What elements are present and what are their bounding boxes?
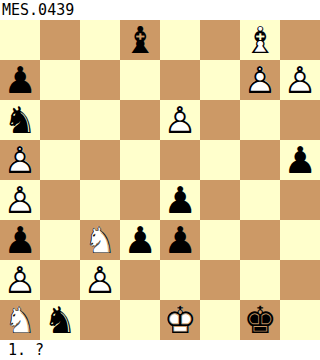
black-king: ♚	[240, 300, 280, 340]
square-e4[interactable]: ♟	[160, 180, 200, 220]
square-g4[interactable]	[240, 180, 280, 220]
square-e6[interactable]: ♟♙	[160, 100, 200, 140]
white-pawn: ♟♙	[280, 60, 320, 100]
square-c5[interactable]	[80, 140, 120, 180]
piece-fill-layer: ♟	[0, 140, 40, 180]
white-pawn: ♟♙	[80, 260, 120, 300]
piece-fill-layer: ♟	[240, 60, 280, 100]
square-d8[interactable]: ♝	[120, 20, 160, 60]
square-b4[interactable]	[40, 180, 80, 220]
square-h7[interactable]: ♟♙	[280, 60, 320, 100]
square-c8[interactable]	[80, 20, 120, 60]
square-c4[interactable]	[80, 180, 120, 220]
square-g6[interactable]	[240, 100, 280, 140]
white-pawn: ♟♙	[0, 260, 40, 300]
black-pawn: ♟	[160, 220, 200, 260]
square-a5[interactable]: ♟♙	[0, 140, 40, 180]
square-d5[interactable]	[120, 140, 160, 180]
square-c3[interactable]: ♞♘	[80, 220, 120, 260]
piece-fill-layer: ♝	[240, 20, 280, 60]
square-c7[interactable]	[80, 60, 120, 100]
square-f3[interactable]	[200, 220, 240, 260]
square-c2[interactable]: ♟♙	[80, 260, 120, 300]
square-h5[interactable]: ♟	[280, 140, 320, 180]
square-g8[interactable]: ♝♗	[240, 20, 280, 60]
chess-program-window: MES.0439 ♝♝♗♟♟♙♟♙♞♟♙♟♙♟♟♙♟♟♞♘♟♟♟♙♟♙♞♘♞♚♔…	[0, 0, 320, 360]
piece-fill-layer: ♞	[80, 220, 120, 260]
square-d1[interactable]	[120, 300, 160, 340]
white-king: ♚♔	[160, 300, 200, 340]
piece-glyph: ♞	[0, 100, 40, 140]
piece-glyph: ♟	[280, 140, 320, 180]
square-d6[interactable]	[120, 100, 160, 140]
piece-glyph: ♞	[40, 300, 80, 340]
square-a1[interactable]: ♞♘	[0, 300, 40, 340]
piece-fill-layer: ♟	[0, 260, 40, 300]
black-knight: ♞	[0, 100, 40, 140]
black-pawn: ♟	[160, 180, 200, 220]
white-knight: ♞♘	[0, 300, 40, 340]
white-pawn: ♟♙	[240, 60, 280, 100]
square-c1[interactable]	[80, 300, 120, 340]
piece-outline-layer: ♙	[0, 260, 40, 300]
square-d3[interactable]: ♟	[120, 220, 160, 260]
piece-outline-layer: ♙	[160, 100, 200, 140]
black-pawn: ♟	[0, 60, 40, 100]
diagram-title: MES.0439	[2, 1, 74, 19]
piece-fill-layer: ♟	[0, 180, 40, 220]
square-h3[interactable]	[280, 220, 320, 260]
square-a4[interactable]: ♟♙	[0, 180, 40, 220]
piece-glyph: ♟	[160, 180, 200, 220]
white-pawn: ♟♙	[0, 140, 40, 180]
piece-glyph: ♟	[0, 60, 40, 100]
piece-outline-layer: ♙	[280, 60, 320, 100]
white-pawn: ♟♙	[0, 180, 40, 220]
square-b1[interactable]: ♞	[40, 300, 80, 340]
square-f1[interactable]	[200, 300, 240, 340]
black-pawn: ♟	[0, 220, 40, 260]
piece-outline-layer: ♙	[0, 180, 40, 220]
square-e3[interactable]: ♟	[160, 220, 200, 260]
square-b8[interactable]	[40, 20, 80, 60]
square-g1[interactable]: ♚	[240, 300, 280, 340]
square-h8[interactable]	[280, 20, 320, 60]
chess-board: ♝♝♗♟♟♙♟♙♞♟♙♟♙♟♟♙♟♟♞♘♟♟♟♙♟♙♞♘♞♚♔♚	[0, 20, 320, 340]
square-h6[interactable]	[280, 100, 320, 140]
black-knight: ♞	[40, 300, 80, 340]
piece-outline-layer: ♘	[80, 220, 120, 260]
piece-fill-layer: ♟	[280, 60, 320, 100]
move-bar: 1. ?	[0, 340, 320, 360]
square-d4[interactable]	[120, 180, 160, 220]
white-bishop: ♝♗	[240, 20, 280, 60]
piece-fill-layer: ♞	[0, 300, 40, 340]
square-e2[interactable]	[160, 260, 200, 300]
square-a8[interactable]	[0, 20, 40, 60]
square-d2[interactable]	[120, 260, 160, 300]
square-e8[interactable]	[160, 20, 200, 60]
square-h1[interactable]	[280, 300, 320, 340]
square-e5[interactable]	[160, 140, 200, 180]
square-f7[interactable]	[200, 60, 240, 100]
square-d7[interactable]	[120, 60, 160, 100]
white-knight: ♞♘	[80, 220, 120, 260]
piece-outline-layer: ♗	[240, 20, 280, 60]
piece-outline-layer: ♙	[0, 140, 40, 180]
move-prompt: 1. ?	[8, 341, 44, 359]
square-a3[interactable]: ♟	[0, 220, 40, 260]
black-pawn: ♟	[120, 220, 160, 260]
black-bishop: ♝	[120, 20, 160, 60]
square-f5[interactable]	[200, 140, 240, 180]
square-e7[interactable]	[160, 60, 200, 100]
title-bar: MES.0439	[0, 0, 320, 20]
piece-outline-layer: ♔	[160, 300, 200, 340]
square-g5[interactable]	[240, 140, 280, 180]
piece-glyph: ♝	[120, 20, 160, 60]
piece-glyph: ♟	[120, 220, 160, 260]
square-f4[interactable]	[200, 180, 240, 220]
square-g3[interactable]	[240, 220, 280, 260]
square-b2[interactable]	[40, 260, 80, 300]
white-pawn: ♟♙	[160, 100, 200, 140]
square-a2[interactable]: ♟♙	[0, 260, 40, 300]
piece-outline-layer: ♙	[240, 60, 280, 100]
piece-fill-layer: ♟	[80, 260, 120, 300]
square-b3[interactable]	[40, 220, 80, 260]
square-h4[interactable]	[280, 180, 320, 220]
black-pawn: ♟	[280, 140, 320, 180]
piece-fill-layer: ♟	[160, 100, 200, 140]
square-a7[interactable]: ♟	[0, 60, 40, 100]
square-h2[interactable]	[280, 260, 320, 300]
piece-fill-layer: ♚	[160, 300, 200, 340]
piece-glyph: ♚	[240, 300, 280, 340]
piece-glyph: ♟	[0, 220, 40, 260]
square-b6[interactable]	[40, 100, 80, 140]
square-b5[interactable]	[40, 140, 80, 180]
piece-outline-layer: ♙	[80, 260, 120, 300]
square-f2[interactable]	[200, 260, 240, 300]
square-f6[interactable]	[200, 100, 240, 140]
square-e1[interactable]: ♚♔	[160, 300, 200, 340]
square-b7[interactable]	[40, 60, 80, 100]
square-a6[interactable]: ♞	[0, 100, 40, 140]
piece-glyph: ♟	[160, 220, 200, 260]
square-f8[interactable]	[200, 20, 240, 60]
square-c6[interactable]	[80, 100, 120, 140]
square-g7[interactable]: ♟♙	[240, 60, 280, 100]
square-g2[interactable]	[240, 260, 280, 300]
piece-outline-layer: ♘	[0, 300, 40, 340]
